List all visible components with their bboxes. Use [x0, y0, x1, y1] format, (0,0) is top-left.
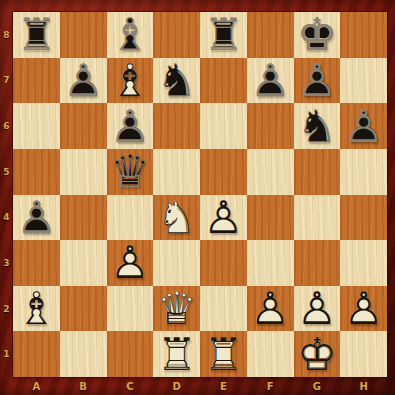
rank-label-6: 6 [0, 103, 13, 149]
piece-white-pawn: ♟♙ [200, 195, 247, 241]
square-a7[interactable] [13, 58, 60, 104]
square-c8[interactable]: ♝♗ [107, 12, 154, 58]
square-f4[interactable] [247, 195, 294, 241]
square-h5[interactable] [340, 149, 387, 195]
file-label-f: F [247, 377, 294, 395]
piece-black-knight: ♞♘ [153, 58, 200, 104]
square-f3[interactable] [247, 240, 294, 286]
square-h7[interactable] [340, 58, 387, 104]
square-b7[interactable]: ♟♙ [60, 58, 107, 104]
square-g7[interactable]: ♟♙ [294, 58, 341, 104]
piece-black-pawn: ♟♙ [60, 58, 107, 104]
piece-white-pawn: ♟♙ [294, 286, 341, 332]
square-g3[interactable] [294, 240, 341, 286]
piece-white-queen: ♛♕ [153, 286, 200, 332]
piece-black-queen: ♛♕ [107, 149, 154, 195]
rank-label-3: 3 [0, 240, 13, 286]
file-label-c: C [107, 377, 154, 395]
square-g6[interactable]: ♞♘ [294, 103, 341, 149]
piece-white-rook: ♜♖ [153, 331, 200, 377]
square-h2[interactable]: ♟♙ [340, 286, 387, 332]
square-f2[interactable]: ♟♙ [247, 286, 294, 332]
square-d7[interactable]: ♞♘ [153, 58, 200, 104]
rank-label-4: 4 [0, 195, 13, 241]
piece-white-king: ♚♔ [294, 331, 341, 377]
file-label-b: B [60, 377, 107, 395]
piece-black-rook: ♜♖ [13, 12, 60, 58]
square-e4[interactable]: ♟♙ [200, 195, 247, 241]
square-a8[interactable]: ♜♖ [13, 12, 60, 58]
chess-board-frame: 87654321 ♜♖♝♗♜♖♚♔♟♙♝♗♞♘♟♙♟♙♟♙♞♘♟♙♛♕♟♙♞♘♟… [0, 0, 395, 395]
square-d4[interactable]: ♞♘ [153, 195, 200, 241]
square-h6[interactable]: ♟♙ [340, 103, 387, 149]
file-label-a: A [13, 377, 60, 395]
piece-white-knight: ♞♘ [153, 195, 200, 241]
piece-black-pawn: ♟♙ [294, 58, 341, 104]
square-c3[interactable]: ♟♙ [107, 240, 154, 286]
square-f1[interactable] [247, 331, 294, 377]
square-a5[interactable] [13, 149, 60, 195]
square-d2[interactable]: ♛♕ [153, 286, 200, 332]
rank-label-5: 5 [0, 149, 13, 195]
piece-white-pawn: ♟♙ [107, 240, 154, 286]
square-g1[interactable]: ♚♔ [294, 331, 341, 377]
square-f8[interactable] [247, 12, 294, 58]
square-e1[interactable]: ♜♖ [200, 331, 247, 377]
piece-black-king: ♚♔ [294, 12, 341, 58]
square-h1[interactable] [340, 331, 387, 377]
square-c5[interactable]: ♛♕ [107, 149, 154, 195]
file-label-d: D [153, 377, 200, 395]
square-d1[interactable]: ♜♖ [153, 331, 200, 377]
piece-black-pawn: ♟♙ [340, 103, 387, 149]
rank-label-7: 7 [0, 58, 13, 104]
square-h4[interactable] [340, 195, 387, 241]
square-h3[interactable] [340, 240, 387, 286]
square-h8[interactable] [340, 12, 387, 58]
chess-board: ♜♖♝♗♜♖♚♔♟♙♝♗♞♘♟♙♟♙♟♙♞♘♟♙♛♕♟♙♞♘♟♙♟♙♝♗♛♕♟♙… [13, 12, 387, 377]
square-f6[interactable] [247, 103, 294, 149]
file-label-e: E [200, 377, 247, 395]
square-c4[interactable] [107, 195, 154, 241]
rank-label-8: 8 [0, 12, 13, 58]
square-g2[interactable]: ♟♙ [294, 286, 341, 332]
piece-black-bishop: ♝♗ [107, 12, 154, 58]
square-d6[interactable] [153, 103, 200, 149]
piece-white-bishop: ♝♗ [13, 286, 60, 332]
square-b5[interactable] [60, 149, 107, 195]
square-g8[interactable]: ♚♔ [294, 12, 341, 58]
piece-white-bishop: ♝♗ [107, 58, 154, 104]
square-d5[interactable] [153, 149, 200, 195]
piece-white-pawn: ♟♙ [247, 286, 294, 332]
square-f5[interactable] [247, 149, 294, 195]
square-b4[interactable] [60, 195, 107, 241]
square-c1[interactable] [107, 331, 154, 377]
square-e8[interactable]: ♜♖ [200, 12, 247, 58]
rank-label-1: 1 [0, 331, 13, 377]
square-c7[interactable]: ♝♗ [107, 58, 154, 104]
piece-black-knight: ♞♘ [294, 103, 341, 149]
square-e6[interactable] [200, 103, 247, 149]
piece-black-rook: ♜♖ [200, 12, 247, 58]
file-labels: ABCDEFGH [13, 377, 387, 395]
square-e2[interactable] [200, 286, 247, 332]
file-label-g: G [294, 377, 341, 395]
square-e7[interactable] [200, 58, 247, 104]
square-a2[interactable]: ♝♗ [13, 286, 60, 332]
square-a6[interactable] [13, 103, 60, 149]
piece-black-pawn: ♟♙ [13, 195, 60, 241]
square-c6[interactable]: ♟♙ [107, 103, 154, 149]
square-e3[interactable] [200, 240, 247, 286]
square-b6[interactable] [60, 103, 107, 149]
rank-labels: 87654321 [0, 12, 13, 377]
square-b3[interactable] [60, 240, 107, 286]
square-c2[interactable] [107, 286, 154, 332]
file-label-h: H [340, 377, 387, 395]
square-f7[interactable]: ♟♙ [247, 58, 294, 104]
piece-white-rook: ♜♖ [200, 331, 247, 377]
piece-white-pawn: ♟♙ [340, 286, 387, 332]
square-b1[interactable] [60, 331, 107, 377]
square-e5[interactable] [200, 149, 247, 195]
square-d8[interactable] [153, 12, 200, 58]
square-d3[interactable] [153, 240, 200, 286]
square-b2[interactable] [60, 286, 107, 332]
rank-label-2: 2 [0, 286, 13, 332]
square-g5[interactable] [294, 149, 341, 195]
piece-black-pawn: ♟♙ [247, 58, 294, 104]
piece-black-pawn: ♟♙ [107, 103, 154, 149]
square-a1[interactable] [13, 331, 60, 377]
square-g4[interactable] [294, 195, 341, 241]
square-a4[interactable]: ♟♙ [13, 195, 60, 241]
square-a3[interactable] [13, 240, 60, 286]
square-b8[interactable] [60, 12, 107, 58]
